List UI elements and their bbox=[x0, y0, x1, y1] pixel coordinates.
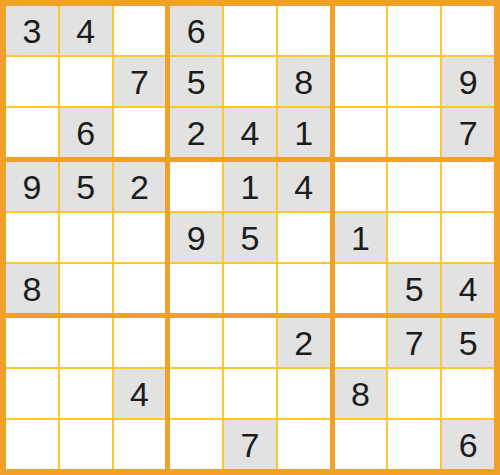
cell-r5c2[interactable] bbox=[60, 213, 112, 262]
cell-r3c6: 1 bbox=[278, 108, 330, 157]
cell-r7c9: 5 bbox=[442, 318, 494, 367]
cell-r6c7[interactable] bbox=[335, 264, 387, 313]
box-2-3: 154 bbox=[335, 162, 494, 313]
cell-r3c2: 6 bbox=[60, 108, 112, 157]
cell-r7c5[interactable] bbox=[224, 318, 276, 367]
cell-r5c7: 1 bbox=[335, 213, 387, 262]
cell-r9c4[interactable] bbox=[170, 420, 222, 469]
cell-r3c8[interactable] bbox=[388, 108, 440, 157]
cell-r6c6[interactable] bbox=[278, 264, 330, 313]
cell-r4c8[interactable] bbox=[388, 162, 440, 211]
cell-r4c2: 5 bbox=[60, 162, 112, 211]
cell-r1c8[interactable] bbox=[388, 6, 440, 55]
cell-r7c4[interactable] bbox=[170, 318, 222, 367]
box-3-3: 7586 bbox=[335, 318, 494, 469]
box-2-1: 9528 bbox=[6, 162, 165, 313]
cell-r6c4[interactable] bbox=[170, 264, 222, 313]
cell-r7c6: 2 bbox=[278, 318, 330, 367]
cell-r9c7[interactable] bbox=[335, 420, 387, 469]
cell-r8c4[interactable] bbox=[170, 369, 222, 418]
cell-r2c1[interactable] bbox=[6, 57, 58, 106]
cell-r8c1[interactable] bbox=[6, 369, 58, 418]
cell-r1c7[interactable] bbox=[335, 6, 387, 55]
cell-r7c2[interactable] bbox=[60, 318, 112, 367]
cell-r6c2[interactable] bbox=[60, 264, 112, 313]
cell-r4c7[interactable] bbox=[335, 162, 387, 211]
cell-r4c1: 9 bbox=[6, 162, 58, 211]
cell-r3c1[interactable] bbox=[6, 108, 58, 157]
cell-r9c1[interactable] bbox=[6, 420, 58, 469]
cell-r5c3[interactable] bbox=[114, 213, 166, 262]
cell-r7c3[interactable] bbox=[114, 318, 166, 367]
cell-r2c8[interactable] bbox=[388, 57, 440, 106]
cell-r2c2[interactable] bbox=[60, 57, 112, 106]
box-3-1: 4 bbox=[6, 318, 165, 469]
cell-r1c4: 6 bbox=[170, 6, 222, 55]
cell-r1c9[interactable] bbox=[442, 6, 494, 55]
cell-r8c8[interactable] bbox=[388, 369, 440, 418]
cell-r8c9[interactable] bbox=[442, 369, 494, 418]
cell-r9c6[interactable] bbox=[278, 420, 330, 469]
cell-r9c3[interactable] bbox=[114, 420, 166, 469]
cell-r8c3: 4 bbox=[114, 369, 166, 418]
cell-r8c6[interactable] bbox=[278, 369, 330, 418]
cell-r2c4: 5 bbox=[170, 57, 222, 106]
cell-r9c5: 7 bbox=[224, 420, 276, 469]
cell-r6c5[interactable] bbox=[224, 264, 276, 313]
cell-r6c9: 4 bbox=[442, 264, 494, 313]
cell-r4c3: 2 bbox=[114, 162, 166, 211]
cell-r3c5: 4 bbox=[224, 108, 276, 157]
cell-r2c3: 7 bbox=[114, 57, 166, 106]
cell-r1c2: 4 bbox=[60, 6, 112, 55]
cell-r3c3[interactable] bbox=[114, 108, 166, 157]
box-1-3: 97 bbox=[335, 6, 494, 157]
cell-r6c3[interactable] bbox=[114, 264, 166, 313]
cell-r6c1: 8 bbox=[6, 264, 58, 313]
cell-r2c5[interactable] bbox=[224, 57, 276, 106]
cell-r8c2[interactable] bbox=[60, 369, 112, 418]
cell-r5c8[interactable] bbox=[388, 213, 440, 262]
cell-r8c5[interactable] bbox=[224, 369, 276, 418]
cell-r3c7[interactable] bbox=[335, 108, 387, 157]
cell-r5c4: 9 bbox=[170, 213, 222, 262]
cell-r1c3[interactable] bbox=[114, 6, 166, 55]
cell-r4c6: 4 bbox=[278, 162, 330, 211]
cell-r1c6[interactable] bbox=[278, 6, 330, 55]
cell-r4c5: 1 bbox=[224, 162, 276, 211]
cell-r2c7[interactable] bbox=[335, 57, 387, 106]
cell-r9c9: 6 bbox=[442, 420, 494, 469]
box-3-2: 27 bbox=[170, 318, 329, 469]
cell-r7c7[interactable] bbox=[335, 318, 387, 367]
cell-r3c9: 7 bbox=[442, 108, 494, 157]
cell-r4c4[interactable] bbox=[170, 162, 222, 211]
cell-r7c1[interactable] bbox=[6, 318, 58, 367]
cell-r2c9: 9 bbox=[442, 57, 494, 106]
cell-r4c9[interactable] bbox=[442, 162, 494, 211]
box-1-1: 3476 bbox=[6, 6, 165, 157]
cell-r3c4: 2 bbox=[170, 108, 222, 157]
cell-r8c7: 8 bbox=[335, 369, 387, 418]
cell-r7c8: 7 bbox=[388, 318, 440, 367]
cell-r1c5[interactable] bbox=[224, 6, 276, 55]
cell-r5c5: 5 bbox=[224, 213, 276, 262]
cell-r5c9[interactable] bbox=[442, 213, 494, 262]
box-1-2: 658241 bbox=[170, 6, 329, 157]
cell-r9c2[interactable] bbox=[60, 420, 112, 469]
cell-r5c1[interactable] bbox=[6, 213, 58, 262]
cell-r1c1: 3 bbox=[6, 6, 58, 55]
cell-r6c8: 5 bbox=[388, 264, 440, 313]
cell-r2c6: 8 bbox=[278, 57, 330, 106]
sudoku-board: 347665824197952814951544277586 bbox=[0, 0, 500, 475]
cell-r9c8[interactable] bbox=[388, 420, 440, 469]
cell-r5c6[interactable] bbox=[278, 213, 330, 262]
box-2-2: 1495 bbox=[170, 162, 329, 313]
